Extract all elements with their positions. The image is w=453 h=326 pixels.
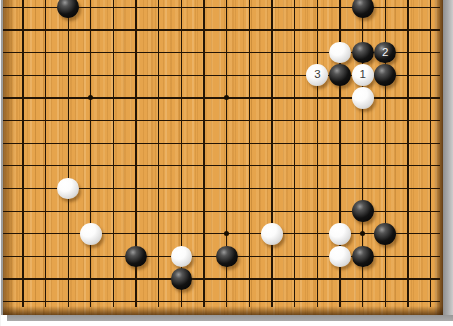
- board-shadow-right: [443, 0, 453, 321]
- black-stone[interactable]: [57, 0, 79, 18]
- board-shadow-bottom: [7, 315, 453, 321]
- black-stone[interactable]: [329, 64, 351, 86]
- grid-line-horizontal: [3, 120, 441, 121]
- star-point: [224, 231, 229, 236]
- star-point: [360, 231, 365, 236]
- white-stone[interactable]: [329, 223, 351, 245]
- black-stone[interactable]: [352, 0, 374, 18]
- black-stone[interactable]: [125, 246, 147, 268]
- grid-line-vertical: [90, 0, 91, 307]
- board-edge-shading-right: [434, 0, 443, 315]
- black-stone[interactable]: [352, 200, 374, 222]
- grid-line-horizontal: [3, 143, 441, 144]
- move-number-label: 1: [359, 69, 365, 81]
- star-point: [224, 95, 229, 100]
- grid-line-horizontal: [3, 211, 441, 212]
- white-stone[interactable]: [171, 246, 193, 268]
- grid-line-vertical: [68, 0, 69, 307]
- board-edge-shading-left: [3, 0, 15, 315]
- grid-line-vertical: [294, 0, 295, 307]
- white-stone[interactable]: [329, 42, 351, 64]
- white-stone[interactable]: [261, 223, 283, 245]
- grid-line-vertical: [22, 0, 23, 307]
- white-stone[interactable]: 1: [352, 64, 374, 86]
- black-stone[interactable]: [352, 246, 374, 268]
- black-stone[interactable]: [374, 223, 396, 245]
- grid-line-vertical: [45, 0, 46, 307]
- grid-line-horizontal: [3, 278, 441, 279]
- grid-line-vertical: [407, 0, 408, 307]
- black-stone[interactable]: [374, 64, 396, 86]
- grid-line-horizontal: [3, 165, 441, 166]
- black-stone[interactable]: 2: [374, 42, 396, 64]
- white-stone[interactable]: [352, 87, 374, 109]
- grid-line-vertical: [113, 0, 114, 307]
- grid-line-horizontal: [3, 301, 441, 302]
- go-board-screenshot: 231: [0, 0, 453, 326]
- white-stone[interactable]: [329, 246, 351, 268]
- grid-line-vertical: [317, 0, 318, 307]
- go-board[interactable]: 231: [3, 0, 443, 315]
- grid-line-horizontal: [3, 29, 441, 30]
- move-number-label: 3: [314, 69, 320, 81]
- white-stone[interactable]: [80, 223, 102, 245]
- black-stone[interactable]: [171, 268, 193, 290]
- white-stone[interactable]: 3: [306, 64, 328, 86]
- grid-line-horizontal: [3, 97, 441, 98]
- grid-line-vertical: [158, 0, 159, 307]
- grid-line-vertical: [271, 0, 272, 307]
- grid-line-vertical: [430, 0, 431, 307]
- white-stone[interactable]: [57, 178, 79, 200]
- move-number-label: 2: [382, 47, 388, 59]
- black-stone[interactable]: [216, 246, 238, 268]
- black-stone[interactable]: [352, 42, 374, 64]
- grid-line-vertical: [203, 0, 204, 307]
- star-point: [88, 95, 93, 100]
- board-edge-shading-bottom: [3, 306, 443, 315]
- grid-line-vertical: [249, 0, 250, 307]
